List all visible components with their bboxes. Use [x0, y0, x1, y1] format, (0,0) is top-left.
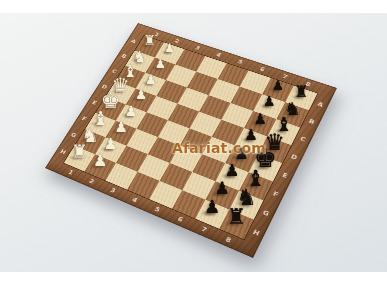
piece-white-pawn-g2: ♟	[104, 137, 118, 152]
piece-white-pawn-c2: ♟	[145, 73, 157, 86]
piece-black-pawn-f7: ♟	[225, 163, 240, 179]
piece-white-pawn-b2: ♟	[155, 58, 166, 71]
piece-black-rook-h8: ♜	[227, 206, 246, 227]
letterbox-bottom	[0, 272, 387, 290]
photo-background: 11AA22BB33CC44DD55EE66FF77GG88HH ♜♞♝♛♚♝♞…	[0, 13, 387, 272]
piece-white-pawn-f2: ♟	[114, 120, 127, 135]
piece-black-pawn-g7: ♟	[215, 181, 230, 198]
piece-black-pawn-c7: ♟	[254, 111, 267, 126]
letterbox-top	[0, 0, 387, 13]
piece-white-pawn-h2: ♟	[93, 154, 107, 170]
board-scene: 11AA22BB33CC44DD55EE66FF77GG88HH ♜♞♝♛♚♝♞…	[0, 13, 387, 272]
piece-black-pawn-a7: ♟	[272, 79, 284, 92]
piece-white-pawn-a2: ♟	[164, 43, 175, 55]
piece-white-pawn-e2: ♟	[125, 104, 138, 118]
piece-black-pawn-h7: ♟	[204, 199, 220, 217]
piece-black-pawn-b7: ♟	[263, 95, 275, 109]
piece-white-rook-h1: ♜	[71, 143, 88, 162]
watermark-text: Afariat.com	[172, 140, 266, 156]
piece-white-pawn-d2: ♟	[135, 89, 147, 103]
